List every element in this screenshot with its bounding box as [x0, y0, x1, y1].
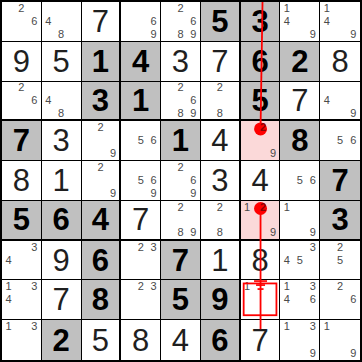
cell-r6c8[interactable]: 19	[280, 201, 320, 241]
candidate-2	[134, 2, 147, 15]
cell-r9c4[interactable]: 8	[121, 320, 161, 360]
cell-r3c8[interactable]: 7	[280, 82, 320, 122]
cell-r1c8[interactable]: 149	[280, 2, 320, 42]
candidate-1: 1	[280, 2, 293, 15]
given-digit: 2	[53, 325, 70, 356]
candidate-4	[241, 134, 254, 147]
cell-r2c6[interactable]: 7	[201, 42, 241, 82]
cell-r2c8[interactable]: 2	[280, 42, 320, 82]
candidate-4	[2, 94, 15, 107]
cell-r4c7[interactable]: 9	[241, 121, 281, 161]
candidate-9	[28, 28, 41, 41]
cell-r2c3[interactable]: 1	[82, 42, 122, 82]
cell-r4c6[interactable]: 4	[201, 121, 241, 161]
candidate-5	[333, 94, 346, 107]
candidate-1	[320, 121, 333, 134]
candidate-8	[134, 267, 147, 280]
candidate-1: 1	[320, 320, 333, 333]
cell-r5c4[interactable]: 569	[121, 161, 161, 201]
cell-r5c8[interactable]: 56	[280, 161, 320, 201]
candidate-3: 3	[28, 241, 41, 254]
candidate-6: 6	[306, 293, 319, 306]
candidate-8	[94, 187, 107, 200]
candidate-4	[320, 293, 333, 306]
cell-r6c1[interactable]: 5	[2, 201, 42, 241]
cell-r8c4[interactable]: 23	[121, 280, 161, 320]
cell-r6c2[interactable]: 6	[42, 201, 82, 241]
candidate-3: 3	[147, 280, 160, 293]
candidate-5	[15, 293, 28, 306]
cell-r2c9[interactable]: 8	[320, 42, 360, 82]
cell-r7c1[interactable]: 34	[2, 241, 42, 281]
cell-r1c6[interactable]: 5	[201, 2, 241, 42]
candidate-7	[280, 226, 293, 239]
cell-r7c6[interactable]: 1	[201, 241, 241, 281]
cell-r5c2[interactable]: 1	[42, 161, 82, 201]
cell-r1c1[interactable]: 26	[2, 2, 42, 42]
cell-r9c8[interactable]: 139	[280, 320, 320, 360]
cell-r9c7[interactable]: 7	[241, 320, 281, 360]
cell-r9c5[interactable]: 4	[161, 320, 201, 360]
candidate-9: 9	[187, 187, 200, 200]
cell-r3c9[interactable]: 49	[320, 82, 360, 122]
candidate-8	[134, 147, 147, 160]
candidate-6: 6	[28, 15, 41, 28]
cell-r9c6[interactable]: 6	[201, 320, 241, 360]
candidate-2: 2	[15, 2, 28, 15]
candidate-1	[241, 121, 254, 134]
solved-digit: 7	[92, 6, 109, 37]
candidate-2: 2	[134, 280, 147, 293]
candidate-7	[320, 306, 333, 319]
candidate-7	[201, 107, 214, 120]
candidate-2: 2	[213, 82, 226, 95]
candidate-2	[293, 201, 306, 214]
candidate-1: 1	[2, 320, 15, 333]
candidate-3	[187, 161, 200, 174]
solved-digit: 8	[132, 325, 149, 356]
candidate-1	[42, 82, 55, 95]
candidates: 23	[121, 241, 160, 280]
candidate-3	[68, 82, 81, 95]
candidates: 28	[201, 82, 239, 120]
candidates: 149	[280, 2, 319, 41]
candidate-8: 8	[213, 107, 226, 120]
candidate-3	[147, 121, 160, 134]
candidates: 149	[320, 2, 360, 41]
candidate-2	[15, 241, 28, 254]
candidate-6	[347, 15, 360, 28]
candidate-7	[161, 226, 174, 239]
candidate-6	[226, 213, 239, 226]
cell-r4c4[interactable]: 56	[121, 121, 161, 161]
solved-digit: 4	[172, 325, 189, 356]
cell-r1c7[interactable]: 3	[241, 2, 281, 42]
candidate-3	[347, 82, 360, 95]
candidate-1	[42, 2, 55, 15]
cell-r4c3[interactable]: 29	[82, 121, 122, 161]
solved-digit: 4	[211, 125, 228, 156]
cell-r3c1[interactable]: 26	[2, 82, 42, 122]
candidate-9: 9	[347, 107, 360, 120]
candidate-3	[187, 82, 200, 95]
cell-r5c3[interactable]: 29	[82, 161, 122, 201]
solved-digit: 3	[53, 125, 70, 156]
cell-r3c5[interactable]: 2689	[161, 82, 201, 122]
cell-r2c1[interactable]: 9	[2, 42, 42, 82]
candidate-2	[333, 82, 346, 95]
candidate-4	[320, 254, 333, 267]
candidate-1	[161, 2, 174, 15]
candidate-2	[254, 121, 267, 134]
candidate-4	[2, 15, 15, 28]
candidate-7	[121, 187, 134, 200]
candidate-7	[2, 28, 15, 41]
candidate-1	[320, 82, 333, 95]
cell-r4c1[interactable]: 7	[2, 121, 42, 161]
cell-r8c8[interactable]: 1346	[280, 280, 320, 320]
cell-r1c2[interactable]: 48	[42, 2, 82, 42]
cell-r7c3[interactable]: 6	[82, 241, 122, 281]
candidate-3: 3	[28, 320, 41, 333]
candidate-9: 9	[267, 226, 280, 239]
cell-r6c6[interactable]: 28	[201, 201, 241, 241]
candidate-2	[134, 121, 147, 134]
solved-digit: 7	[291, 85, 308, 116]
candidates: 19	[320, 320, 360, 360]
candidate-8: 8	[55, 28, 68, 41]
candidate-4: 4	[280, 254, 293, 267]
candidate-2	[293, 241, 306, 254]
candidate-5	[15, 15, 28, 28]
cell-r8c3[interactable]: 8	[82, 280, 122, 320]
candidate-9: 9	[147, 28, 160, 41]
candidate-7	[320, 107, 333, 120]
candidate-4: 4	[42, 94, 55, 107]
candidate-9	[306, 187, 319, 200]
candidate-9	[347, 267, 360, 280]
candidate-6: 6	[347, 293, 360, 306]
cell-r4c9[interactable]: 56	[320, 121, 360, 161]
candidate-6	[267, 293, 280, 306]
candidate-6	[28, 293, 41, 306]
candidate-1	[280, 161, 293, 174]
candidate-5: 5	[134, 174, 147, 187]
cell-r1c9[interactable]: 149	[320, 2, 360, 42]
candidate-5	[174, 213, 187, 226]
solved-digit: 7	[211, 46, 228, 77]
candidate-5: 5	[333, 134, 346, 147]
candidate-5: 5	[293, 254, 306, 267]
candidate-1	[121, 241, 134, 254]
candidate-1	[121, 121, 134, 134]
solved-digit: 3	[211, 165, 228, 196]
candidate-8	[94, 147, 107, 160]
cell-r4c8[interactable]: 8	[280, 121, 320, 161]
candidate-3	[306, 161, 319, 174]
candidate-5: 5	[134, 134, 147, 147]
candidate-8	[333, 28, 346, 41]
candidate-9	[306, 306, 319, 319]
candidate-7	[320, 267, 333, 280]
candidate-7	[2, 267, 15, 280]
cell-r3c7[interactable]: 5	[241, 82, 281, 122]
candidate-4	[320, 333, 333, 346]
candidate-4	[161, 213, 174, 226]
candidate-7	[121, 28, 134, 41]
cell-r7c9[interactable]: 25	[320, 241, 360, 281]
candidate-7	[42, 28, 55, 41]
cell-r9c1[interactable]: 13	[2, 320, 42, 360]
candidate-4	[280, 333, 293, 346]
candidate-2: 2	[15, 82, 28, 95]
cell-r8c6[interactable]: 9	[201, 280, 241, 320]
candidate-9	[28, 107, 41, 120]
cell-r5c6[interactable]: 3	[201, 161, 241, 201]
given-digit: 5	[251, 85, 268, 116]
candidate-1	[121, 161, 134, 174]
candidate-6: 6	[147, 134, 160, 147]
candidate-9	[306, 267, 319, 280]
candidate-7	[241, 306, 254, 319]
cell-r2c2[interactable]: 5	[42, 42, 82, 82]
candidate-1	[320, 241, 333, 254]
candidate-4	[82, 174, 95, 187]
cell-r6c4[interactable]: 7	[121, 201, 161, 241]
candidate-2: 2	[213, 201, 226, 214]
candidate-7	[161, 107, 174, 120]
candidate-4	[121, 293, 134, 306]
cell-r6c5[interactable]: 289	[161, 201, 201, 241]
solved-digit: 9	[13, 46, 30, 77]
given-digit: 6	[92, 245, 109, 276]
candidate-3: 3	[306, 241, 319, 254]
cell-r4c5[interactable]: 1	[161, 121, 201, 161]
candidate-4	[201, 213, 214, 226]
candidate-9	[267, 306, 280, 319]
candidate-1	[82, 161, 95, 174]
given-digit: 3	[251, 6, 268, 37]
candidate-2	[333, 320, 346, 333]
given-digit: 8	[92, 284, 109, 315]
candidates: 1	[241, 280, 280, 319]
given-digit: 1	[92, 46, 109, 77]
candidate-6: 6	[147, 15, 160, 28]
candidate-3	[267, 121, 280, 134]
candidate-6	[347, 94, 360, 107]
cell-r2c7[interactable]: 6	[241, 42, 281, 82]
candidates: 26	[2, 2, 41, 41]
candidate-6	[306, 213, 319, 226]
cell-r5c1[interactable]: 8	[2, 161, 42, 201]
candidate-4: 4	[320, 94, 333, 107]
candidate-1	[161, 161, 174, 174]
candidate-7	[2, 306, 15, 319]
cell-r2c4[interactable]: 4	[121, 42, 161, 82]
given-digit: 1	[172, 125, 189, 156]
candidate-3	[107, 161, 120, 174]
cell-r8c9[interactable]: 26	[320, 280, 360, 320]
solved-digit: 8	[331, 46, 348, 77]
candidate-2: 2	[333, 241, 346, 254]
candidate-7	[82, 187, 95, 200]
cell-r1c4[interactable]: 69	[121, 2, 161, 42]
cell-r8c5[interactable]: 5	[161, 280, 201, 320]
cell-r9c9[interactable]: 19	[320, 320, 360, 360]
given-digit: 6	[53, 204, 70, 235]
candidates: 9	[241, 121, 280, 160]
given-digit: 3	[331, 204, 348, 235]
candidate-2: 2	[94, 121, 107, 134]
candidate-7	[241, 147, 254, 160]
given-digit: 7	[172, 245, 189, 276]
candidate-7	[121, 147, 134, 160]
candidate-3	[347, 241, 360, 254]
candidate-8	[134, 306, 147, 319]
cell-r9c3[interactable]: 5	[82, 320, 122, 360]
given-digit: 5	[13, 204, 30, 235]
candidate-4	[161, 15, 174, 28]
candidate-7	[241, 226, 254, 239]
cell-r4c2[interactable]: 3	[42, 121, 82, 161]
cell-r7c8[interactable]: 345	[280, 241, 320, 281]
candidate-7	[42, 107, 55, 120]
cell-r7c7[interactable]: 8	[241, 241, 281, 281]
cell-r9c2[interactable]: 2	[42, 320, 82, 360]
cell-r8c2[interactable]: 7	[42, 280, 82, 320]
candidate-8: 8	[174, 226, 187, 239]
cell-r1c5[interactable]: 2689	[161, 2, 201, 42]
candidate-2	[134, 161, 147, 174]
cell-r7c5[interactable]: 7	[161, 241, 201, 281]
cell-r3c6[interactable]: 28	[201, 82, 241, 122]
given-digit: 5	[172, 284, 189, 315]
candidate-8	[333, 306, 346, 319]
cell-r5c7[interactable]: 4	[241, 161, 281, 201]
cell-r5c5[interactable]: 269	[161, 161, 201, 201]
candidate-7	[201, 226, 214, 239]
candidate-4	[201, 94, 214, 107]
candidates: 23	[121, 280, 160, 319]
candidate-8	[293, 226, 306, 239]
candidates: 139	[280, 320, 319, 360]
cell-r7c2[interactable]: 9	[42, 241, 82, 281]
candidate-3: 3	[147, 241, 160, 254]
candidate-9: 9	[347, 28, 360, 41]
candidate-6: 6	[187, 174, 200, 187]
candidate-7	[82, 147, 95, 160]
candidate-3: 3	[306, 320, 319, 333]
candidate-3	[267, 201, 280, 214]
candidate-9	[68, 107, 81, 120]
given-digit: 3	[92, 85, 109, 116]
cell-r1c3[interactable]: 7	[82, 2, 122, 42]
candidate-2	[293, 280, 306, 293]
candidates: 29	[82, 121, 120, 160]
cell-r6c9[interactable]: 3	[320, 201, 360, 241]
candidate-6	[147, 254, 160, 267]
cell-r3c3[interactable]: 3	[82, 82, 122, 122]
candidate-2: 2	[174, 82, 187, 95]
candidate-5	[174, 94, 187, 107]
candidates: 134	[2, 280, 41, 319]
candidate-5	[55, 94, 68, 107]
given-digit: 9	[211, 284, 228, 315]
candidate-2: 2	[333, 280, 346, 293]
cell-r3c2[interactable]: 48	[42, 82, 82, 122]
cell-r8c7[interactable]: 1	[241, 280, 281, 320]
candidate-9	[347, 147, 360, 160]
candidate-6	[107, 174, 120, 187]
candidate-3	[28, 82, 41, 95]
candidate-2: 2	[174, 201, 187, 214]
candidate-6	[347, 254, 360, 267]
solved-digit: 9	[53, 245, 70, 276]
candidate-7	[280, 267, 293, 280]
candidate-8	[333, 267, 346, 280]
candidate-6	[147, 293, 160, 306]
candidate-2	[55, 2, 68, 15]
candidate-5	[15, 94, 28, 107]
cell-r3c4[interactable]: 1	[121, 82, 161, 122]
candidate-5	[174, 15, 187, 28]
candidates: 56	[121, 121, 160, 160]
candidate-4	[280, 174, 293, 187]
candidate-6: 6	[187, 15, 200, 28]
candidate-3	[226, 82, 239, 95]
cell-r6c3[interactable]: 4	[82, 201, 122, 241]
candidate-3	[226, 201, 239, 214]
cell-r5c9[interactable]: 7	[320, 161, 360, 201]
candidate-5	[293, 293, 306, 306]
candidates: 269	[161, 161, 200, 200]
candidates: 48	[42, 2, 81, 41]
candidate-4	[241, 293, 254, 306]
cell-r6c7[interactable]: 19	[241, 201, 281, 241]
solved-digit: 7	[132, 204, 149, 235]
solved-digit: 5	[92, 325, 109, 356]
candidates: 56	[280, 161, 319, 200]
candidate-6	[267, 213, 280, 226]
candidate-9	[147, 306, 160, 319]
candidate-3	[267, 280, 280, 293]
candidate-8	[293, 267, 306, 280]
cell-r2c5[interactable]: 3	[161, 42, 201, 82]
candidate-2	[293, 2, 306, 15]
candidate-8	[254, 147, 267, 160]
candidate-3: 3	[28, 280, 41, 293]
cell-r8c1[interactable]: 134	[2, 280, 42, 320]
candidate-3	[68, 2, 81, 15]
candidate-4	[320, 134, 333, 147]
candidate-7	[121, 306, 134, 319]
candidate-9: 9	[107, 187, 120, 200]
candidate-3	[147, 2, 160, 15]
cell-r7c4[interactable]: 23	[121, 241, 161, 281]
candidate-2	[15, 280, 28, 293]
candidate-6	[107, 134, 120, 147]
candidates: 1346	[280, 280, 319, 319]
candidate-3	[347, 121, 360, 134]
candidate-3	[187, 201, 200, 214]
candidate-6: 6	[28, 94, 41, 107]
candidate-8	[174, 187, 187, 200]
candidate-6	[267, 134, 280, 147]
candidate-4	[161, 94, 174, 107]
candidate-8	[333, 107, 346, 120]
candidate-3	[347, 280, 360, 293]
candidate-8	[293, 187, 306, 200]
